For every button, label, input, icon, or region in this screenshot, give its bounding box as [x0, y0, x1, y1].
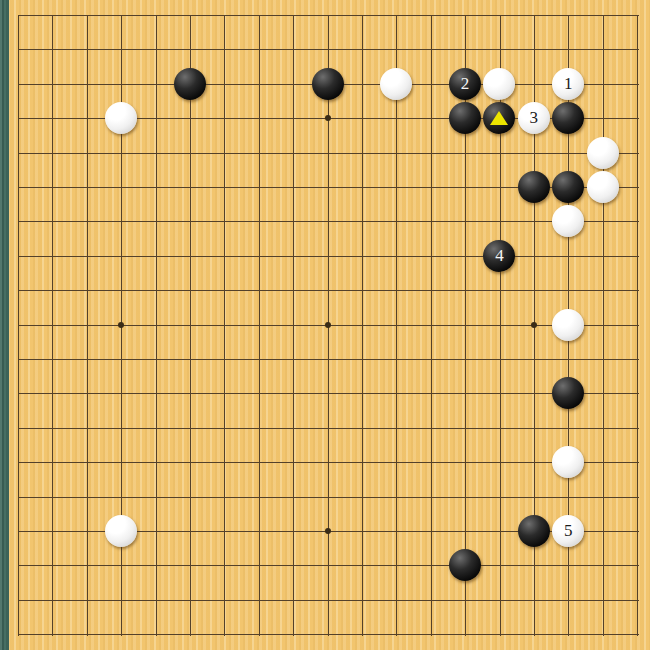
black-stone-oh[interactable]: 4 — [483, 240, 515, 272]
white-stone-qp[interactable]: 5 — [552, 515, 584, 547]
board-left-edge-strip — [0, 0, 9, 650]
white-stone-oc[interactable] — [483, 68, 515, 100]
move-number-label: 3 — [518, 102, 550, 134]
black-stone-nq[interactable] — [449, 549, 481, 581]
white-stone-dp[interactable] — [105, 515, 137, 547]
white-stone-qn[interactable] — [552, 446, 584, 478]
move-number-label: 2 — [449, 68, 481, 100]
move-number-label: 4 — [483, 240, 515, 272]
triangle-marker-icon — [490, 111, 508, 125]
white-stone-qc[interactable]: 1 — [552, 68, 584, 100]
black-stone-pp[interactable] — [518, 515, 550, 547]
black-stone-qd[interactable] — [552, 102, 584, 134]
move-number-label: 1 — [552, 68, 584, 100]
go-board-screenshot: { "game": "go", "board": { "size": 19, "… — [0, 0, 650, 650]
move-number-label: 5 — [552, 515, 584, 547]
black-stone-fc[interactable] — [174, 68, 206, 100]
black-stone-jc[interactable] — [312, 68, 344, 100]
white-stone-rf[interactable] — [587, 171, 619, 203]
white-stone-pd[interactable]: 3 — [518, 102, 550, 134]
black-stone-qf[interactable] — [552, 171, 584, 203]
white-stone-re[interactable] — [587, 137, 619, 169]
white-stone-qj[interactable] — [552, 309, 584, 341]
black-stone-ql[interactable] — [552, 377, 584, 409]
black-stone-od[interactable] — [483, 102, 515, 134]
black-stone-nd[interactable] — [449, 102, 481, 134]
white-stone-qg[interactable] — [552, 205, 584, 237]
white-stone-lc[interactable] — [380, 68, 412, 100]
go-board-grid[interactable]: 24135 — [1, 0, 650, 650]
black-stone-pf[interactable] — [518, 171, 550, 203]
white-stone-dd[interactable] — [105, 102, 137, 134]
black-stone-nc[interactable]: 2 — [449, 68, 481, 100]
